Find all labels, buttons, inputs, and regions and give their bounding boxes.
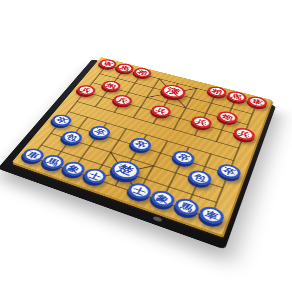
piece-red-soldier[interactable]: 兵 (111, 93, 135, 107)
piece-character: 卒 (134, 139, 148, 148)
piece-blue-advisor[interactable]: 士 (81, 166, 109, 185)
piece-character: 馬 (179, 201, 195, 213)
piece-red-soldier[interactable]: 兵 (75, 84, 98, 97)
xiangqi-photo-scene: 車馬相相馬車漢炮炮兵兵兵兵兵卒卒卒卒卒包包楚車馬象士士象馬車 (0, 0, 292, 292)
piece-blue-soldier[interactable]: 卒 (49, 113, 74, 128)
piece-character: 炮 (221, 113, 234, 121)
piece-blue-soldier[interactable]: 卒 (87, 124, 113, 140)
piece-character: 卒 (55, 116, 69, 124)
piece-blue-horse[interactable]: 馬 (172, 196, 201, 218)
piece-character: 卒 (93, 127, 107, 136)
piece-blue-elephant[interactable]: 象 (148, 188, 177, 209)
piece-blue-cannon[interactable]: 包 (59, 129, 85, 145)
piece-character: 兵 (195, 118, 208, 126)
piece-character: 兵 (116, 96, 129, 104)
piece-character: 包 (193, 172, 208, 183)
piece-blue-soldier[interactable]: 卒 (128, 136, 154, 153)
piece-character: 卒 (177, 152, 191, 162)
piece-character: 象 (155, 193, 171, 204)
brand-badge-icon (152, 216, 162, 223)
piece-character: 車 (26, 150, 41, 160)
piece-character: 兵 (80, 86, 93, 93)
piece-red-general[interactable]: 漢 (158, 83, 188, 100)
piece-character: 車 (251, 98, 263, 106)
piece-character: 炮 (105, 82, 117, 89)
xiangqi-board: 車馬相相馬車漢炮炮兵兵兵兵兵卒卒卒卒卒包包楚車馬象士士象馬車 (12, 57, 272, 235)
piece-character: 象 (67, 163, 82, 173)
piece-blue-general[interactable]: 楚 (107, 158, 143, 182)
piece-blue-soldier[interactable]: 卒 (170, 149, 196, 167)
piece-blue-chariot[interactable]: 車 (197, 204, 226, 226)
piece-character: 包 (65, 133, 79, 142)
piece-red-cannon[interactable]: 炮 (100, 79, 123, 92)
piece-character: 兵 (155, 107, 168, 115)
piece-character: 馬 (119, 65, 131, 71)
piece-character: 車 (204, 209, 220, 221)
piece-character: 士 (132, 185, 147, 196)
piece-red-soldier[interactable]: 兵 (232, 126, 257, 142)
piece-blue-advisor[interactable]: 士 (125, 181, 154, 201)
piece-character: 卒 (222, 166, 236, 176)
piece-red-elephant[interactable]: 相 (206, 85, 229, 98)
piece-red-soldier[interactable]: 兵 (189, 114, 213, 129)
piece-red-horse[interactable]: 馬 (226, 90, 249, 104)
piece-character: 兵 (238, 129, 251, 138)
piece-red-cannon[interactable]: 炮 (216, 110, 240, 125)
piece-character: 馬 (231, 93, 243, 100)
piece-character: 馬 (46, 157, 61, 167)
piece-red-chariot[interactable]: 車 (246, 95, 269, 109)
piece-character: 楚 (116, 163, 136, 176)
piece-red-soldier[interactable]: 兵 (149, 104, 173, 119)
piece-blue-cannon[interactable]: 包 (186, 168, 213, 187)
piece-character: 士 (88, 170, 103, 180)
piece-character: 相 (211, 88, 223, 95)
piece-red-elephant[interactable]: 相 (131, 67, 153, 79)
piece-character: 漢 (165, 86, 181, 95)
piece-blue-soldier[interactable]: 卒 (216, 162, 243, 181)
piece-character: 相 (137, 69, 149, 76)
piece-character: 車 (102, 60, 114, 66)
